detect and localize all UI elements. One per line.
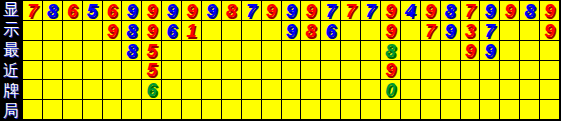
board-cell: [182, 100, 201, 119]
board-cell: [182, 41, 201, 60]
board-cell: [83, 61, 102, 80]
board-cell: [500, 80, 519, 99]
board-cell: 6: [162, 21, 181, 40]
result-number: 7: [246, 1, 257, 20]
result-number: 9: [286, 21, 297, 40]
board-cell: [500, 21, 519, 40]
board-cell: 8: [122, 41, 141, 60]
board-cell: 9: [162, 1, 181, 20]
board-cell: 7: [321, 1, 340, 20]
board-cell: [23, 21, 42, 40]
board-cell: [162, 80, 181, 99]
board-cell: [461, 100, 480, 119]
board-cell: 9: [142, 21, 161, 40]
result-number: 7: [27, 1, 38, 20]
result-number: 9: [385, 1, 396, 20]
board-cell: [282, 100, 301, 119]
side-label-char: 显: [0, 0, 22, 20]
board-cell: 6: [321, 21, 340, 40]
board-cell: [83, 100, 102, 119]
board-cell: [242, 61, 261, 80]
board-cell: [43, 21, 62, 40]
result-number: 8: [47, 1, 58, 20]
board-cell: [43, 80, 62, 99]
side-label: 显 示 最 近 牌 局: [0, 0, 22, 121]
result-number: 4: [405, 1, 416, 20]
result-number: 6: [107, 1, 118, 20]
board-cell: [103, 61, 122, 80]
result-number: 5: [146, 41, 157, 60]
board-cell: [63, 61, 82, 80]
board-cell: [441, 61, 460, 80]
result-number: 9: [146, 21, 157, 40]
board-cell: [301, 41, 320, 60]
board-cell: 8: [381, 41, 400, 60]
board-cell: [23, 41, 42, 60]
board-cell: [202, 41, 221, 60]
board-cell: [301, 61, 320, 80]
board-cell: 9: [540, 21, 559, 40]
board-cell: [182, 80, 201, 99]
board-cell: [520, 61, 539, 80]
board-cell: [401, 21, 420, 40]
board-cell: [401, 61, 420, 80]
board-cell: [441, 80, 460, 99]
result-number: 8: [524, 1, 535, 20]
board-cell: 8: [222, 1, 241, 20]
board-cell: [242, 41, 261, 60]
board-cell: 9: [480, 1, 499, 20]
result-number: 9: [306, 1, 317, 20]
board-cell: [103, 80, 122, 99]
board-cell: [282, 80, 301, 99]
result-number: 6: [325, 21, 336, 40]
board-cell: 0: [381, 80, 400, 99]
board-cell: 9: [301, 1, 320, 20]
board-cell: [122, 80, 141, 99]
board-cell: [361, 41, 380, 60]
board-cell: [282, 61, 301, 80]
board-cell: [122, 61, 141, 80]
board-cell: [520, 100, 539, 119]
board-cell: 7: [23, 1, 42, 20]
result-number: 7: [345, 1, 356, 20]
result-number: 9: [146, 1, 157, 20]
board-cell: [182, 61, 201, 80]
result-number: 8: [385, 41, 396, 60]
result-number: 9: [445, 21, 456, 40]
result-number: 8: [306, 21, 317, 40]
board-cell: [103, 100, 122, 119]
board-cell: 8: [301, 21, 320, 40]
board-cell: 9: [381, 21, 400, 40]
board-cell: 9: [103, 21, 122, 40]
result-number: 9: [286, 1, 297, 20]
board-cell: 8: [122, 21, 141, 40]
board-cell: [103, 41, 122, 60]
board-cell: [222, 80, 241, 99]
board-cell: [262, 80, 281, 99]
board-cell: 7: [341, 1, 360, 20]
board-cell: [242, 80, 261, 99]
board-cell: [341, 80, 360, 99]
board-cell: 9: [282, 1, 301, 20]
result-number: 7: [325, 1, 336, 20]
board-cell: [421, 61, 440, 80]
result-number: 3: [465, 21, 476, 40]
board-cell: [282, 41, 301, 60]
board-cell: 9: [142, 1, 161, 20]
result-number: 9: [127, 1, 138, 20]
board-cell: [23, 61, 42, 80]
result-number: 8: [445, 1, 456, 20]
board-cell: 9: [381, 61, 400, 80]
board-cell: 8: [43, 1, 62, 20]
board-cell: [222, 41, 241, 60]
result-number: 1: [186, 21, 197, 40]
board-cell: 7: [461, 1, 480, 20]
board-cell: [401, 80, 420, 99]
board-cell: [83, 41, 102, 60]
result-number: 6: [67, 1, 78, 20]
board-cell: [421, 100, 440, 119]
board-cell: 5: [83, 1, 102, 20]
result-number: 9: [544, 1, 555, 20]
board-cell: 6: [103, 1, 122, 20]
board-cell: 4: [401, 1, 420, 20]
board-cell: [321, 80, 340, 99]
result-number: 9: [166, 1, 177, 20]
result-number: 9: [465, 41, 476, 60]
board-cell: [480, 80, 499, 99]
board-cell: 7: [361, 1, 380, 20]
result-number: 7: [465, 1, 476, 20]
board-cell: [341, 41, 360, 60]
result-number: 9: [485, 41, 496, 60]
result-number: 7: [365, 1, 376, 20]
board-cell: [500, 61, 519, 80]
side-label-char: 近: [0, 61, 22, 81]
board-cell: [142, 100, 161, 119]
board-cell: [301, 100, 320, 119]
recent-games-display: 显 示 最 近 牌 局 7865699999879997779498799899…: [0, 0, 561, 121]
side-label-char: 最: [0, 40, 22, 60]
board-cell: [242, 21, 261, 40]
board-cell: [520, 41, 539, 60]
board-cell: [202, 21, 221, 40]
side-label-char: 牌: [0, 81, 22, 101]
result-number: 9: [385, 61, 396, 80]
board-cell: [301, 80, 320, 99]
board-cell: 7: [242, 1, 261, 20]
board-cell: 5: [142, 61, 161, 80]
result-number: 9: [385, 21, 396, 40]
board-cell: [162, 100, 181, 119]
board-cell: 8: [520, 1, 539, 20]
board-cell: [520, 21, 539, 40]
board-cell: [461, 61, 480, 80]
board-cell: [441, 41, 460, 60]
board-cell: [540, 61, 559, 80]
board-cell: 1: [182, 21, 201, 40]
board-cell: 8: [441, 1, 460, 20]
board-cell: [262, 41, 281, 60]
board-cell: [202, 61, 221, 80]
result-number: 6: [146, 80, 157, 99]
board-cell: [500, 100, 519, 119]
board-cell: 6: [63, 1, 82, 20]
board-cell: [63, 80, 82, 99]
board-cell: 6: [142, 80, 161, 99]
board-cell: [401, 41, 420, 60]
result-number: 9: [504, 1, 515, 20]
board-cell: [262, 21, 281, 40]
board-cell: [23, 100, 42, 119]
result-number: 9: [266, 1, 277, 20]
board-cell: 7: [480, 21, 499, 40]
board-cell: 9: [500, 1, 519, 20]
result-number: 8: [127, 21, 138, 40]
result-number: 5: [146, 61, 157, 80]
board-cell: [63, 41, 82, 60]
board-cell: [222, 61, 241, 80]
board-cell: 9: [540, 1, 559, 20]
board-cell: 9: [282, 21, 301, 40]
board-cell: [421, 41, 440, 60]
result-number: 9: [186, 1, 197, 20]
board-cell: 9: [480, 41, 499, 60]
board-cell: 9: [441, 21, 460, 40]
board-cell: [262, 100, 281, 119]
board-cell: [242, 100, 261, 119]
board-cell: 9: [202, 1, 221, 20]
side-label-char: 局: [0, 101, 22, 121]
board-cell: [540, 41, 559, 60]
board-cell: [441, 100, 460, 119]
board-cell: [23, 80, 42, 99]
board-cell: [122, 100, 141, 119]
board-cell: [480, 61, 499, 80]
board-cell: [480, 100, 499, 119]
board-cell: [63, 21, 82, 40]
result-number: 8: [226, 1, 237, 20]
board-cell: [162, 41, 181, 60]
board-cell: [202, 80, 221, 99]
board-cell: [43, 100, 62, 119]
board-cell: [43, 61, 62, 80]
board-cell: [43, 41, 62, 60]
board-cell: [361, 100, 380, 119]
board-cell: [500, 41, 519, 60]
result-number: 8: [127, 41, 138, 60]
board-cell: [202, 100, 221, 119]
board-cell: 9: [421, 1, 440, 20]
board-cell: [63, 100, 82, 119]
board-cell: [461, 80, 480, 99]
board-cell: [381, 100, 400, 119]
board-cell: [361, 80, 380, 99]
board-cell: [162, 61, 181, 80]
board-cell: [361, 21, 380, 40]
result-number: 9: [485, 1, 496, 20]
board-cell: 9: [381, 1, 400, 20]
board-cell: [540, 100, 559, 119]
result-number: 9: [544, 21, 555, 40]
board-cell: [401, 100, 420, 119]
board-cell: [341, 61, 360, 80]
board-cell: [361, 61, 380, 80]
board-cell: [341, 21, 360, 40]
board-cell: [341, 100, 360, 119]
board-cell: 5: [142, 41, 161, 60]
result-number: 9: [425, 1, 436, 20]
board-cell: [222, 100, 241, 119]
board-cell: 9: [262, 1, 281, 20]
result-number: 7: [485, 21, 496, 40]
board-cell: [222, 21, 241, 40]
result-number: 5: [87, 1, 98, 20]
board-cell: [262, 61, 281, 80]
board-cell: [83, 80, 102, 99]
board-cell: 9: [461, 41, 480, 60]
result-number: 7: [425, 21, 436, 40]
result-number: 0: [385, 80, 396, 99]
side-label-char: 示: [0, 20, 22, 40]
result-number: 9: [206, 1, 217, 20]
board-cell: 9: [182, 1, 201, 20]
board-cell: [421, 80, 440, 99]
board-cell: [321, 61, 340, 80]
board-grid: 7865699999879997779498799899896198697937…: [22, 0, 561, 121]
board-cell: 7: [421, 21, 440, 40]
board-cell: [83, 21, 102, 40]
result-number: 9: [107, 21, 118, 40]
board-cell: 9: [122, 1, 141, 20]
board-cell: [540, 80, 559, 99]
board-cell: 3: [461, 21, 480, 40]
board-cell: [520, 80, 539, 99]
board-cell: [321, 41, 340, 60]
board-cell: [321, 100, 340, 119]
result-number: 6: [166, 21, 177, 40]
